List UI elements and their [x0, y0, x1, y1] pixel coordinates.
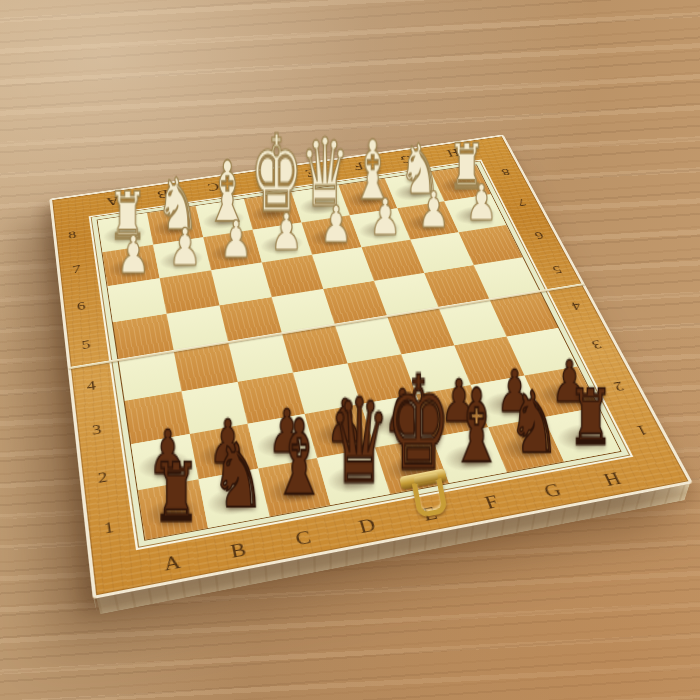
- square-c7[interactable]: ♟: [203, 230, 262, 270]
- piece-white-pawn[interactable]: ♟: [466, 181, 497, 227]
- piece-white-pawn[interactable]: ♟: [117, 232, 150, 280]
- piece-white-pawn[interactable]: ♟: [270, 209, 302, 256]
- piece-white-pawn[interactable]: ♟: [418, 188, 450, 234]
- piece-black-rook[interactable]: ♜: [152, 455, 200, 530]
- piece-black-queen[interactable]: ♛: [329, 388, 390, 496]
- piece-white-pawn[interactable]: ♟: [220, 217, 252, 264]
- piece-white-pawn[interactable]: ♟: [320, 202, 352, 249]
- rank-label-6: 6: [59, 285, 103, 329]
- square-b1[interactable]: ♞: [199, 469, 270, 528]
- clasp-hook: [412, 478, 448, 518]
- square-c1[interactable]: ♝: [258, 458, 330, 516]
- piece-black-bishop[interactable]: ♝: [450, 381, 504, 474]
- rank-label-1: 1: [83, 498, 136, 559]
- square-a1[interactable]: ♜: [138, 479, 208, 539]
- chess-board-area: ABCDEFGH ABCDEFGH 87654321 87654321 ♜♞♝♚…: [70, 60, 600, 590]
- rank-label-2: 2: [77, 450, 128, 507]
- square-a6[interactable]: [108, 278, 167, 322]
- brass-clasp[interactable]: [394, 467, 461, 531]
- photo-folding-wooden-chess-set: { "game": "chess", "scene_description": …: [0, 0, 700, 700]
- chess-board: ABCDEFGH ABCDEFGH 87654321 87654321 ♜♞♝♚…: [49, 135, 693, 599]
- square-d1[interactable]: ♛: [317, 448, 390, 506]
- piece-black-knight[interactable]: ♞: [508, 385, 560, 464]
- piece-black-rook[interactable]: ♜: [568, 382, 613, 453]
- piece-black-king[interactable]: ♚: [386, 365, 451, 485]
- piece-black-bishop[interactable]: ♝: [271, 411, 326, 507]
- square-c6[interactable]: [211, 262, 272, 305]
- rank-label-7: 7: [55, 249, 98, 290]
- piece-white-pawn[interactable]: ♟: [369, 195, 401, 241]
- rank-label-4: 4: [68, 362, 116, 412]
- piece-white-pawn[interactable]: ♟: [169, 224, 202, 272]
- rank-label-3: 3: [72, 404, 121, 457]
- table-surface: ABCDEFGH ABCDEFGH 87654321 87654321 ♜♞♝♚…: [0, 0, 700, 700]
- piece-black-knight[interactable]: ♞: [211, 437, 265, 519]
